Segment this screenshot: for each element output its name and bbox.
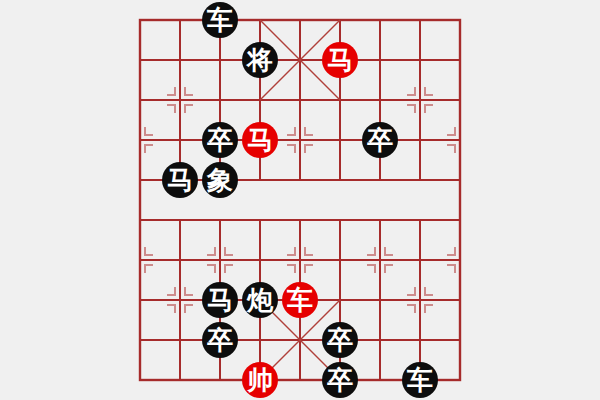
piece-red-general[interactable]: 帅 xyxy=(242,362,278,398)
piece-black-cannon[interactable]: 炮 xyxy=(242,282,278,318)
piece-red-horse[interactable]: 马 xyxy=(322,42,358,78)
piece-black-soldier[interactable]: 卒 xyxy=(322,322,358,358)
piece-black-elephant[interactable]: 象 xyxy=(202,162,238,198)
xiangqi-board: 车将马卒马卒马象马炮车卒卒帅卒车 xyxy=(0,0,600,400)
board-grid: 车将马卒马卒马象马炮车卒卒帅卒车 xyxy=(120,0,480,400)
piece-black-horse[interactable]: 马 xyxy=(162,162,198,198)
piece-red-chariot[interactable]: 车 xyxy=(282,282,318,318)
piece-red-horse[interactable]: 马 xyxy=(242,122,278,158)
piece-black-horse[interactable]: 马 xyxy=(202,282,238,318)
piece-black-chariot[interactable]: 车 xyxy=(402,362,438,398)
piece-black-chariot[interactable]: 车 xyxy=(202,2,238,38)
piece-black-general[interactable]: 将 xyxy=(242,42,278,78)
piece-black-soldier[interactable]: 卒 xyxy=(202,122,238,158)
piece-black-soldier[interactable]: 卒 xyxy=(202,322,238,358)
piece-black-soldier[interactable]: 卒 xyxy=(322,362,358,398)
piece-black-soldier[interactable]: 卒 xyxy=(362,122,398,158)
